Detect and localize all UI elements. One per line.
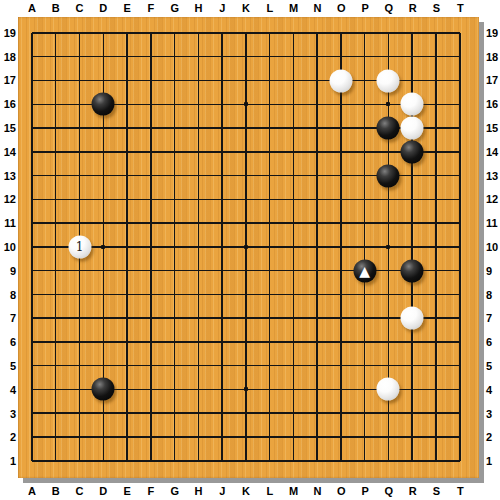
- board-cell[interactable]: [68, 45, 92, 69]
- board-cell[interactable]: [234, 45, 258, 69]
- board-cell[interactable]: [234, 378, 258, 402]
- board-cell[interactable]: [91, 45, 115, 69]
- board-cell[interactable]: [163, 21, 187, 45]
- board-cell[interactable]: [305, 140, 329, 164]
- board-cell[interactable]: [258, 21, 282, 45]
- board-cell[interactable]: [448, 45, 472, 69]
- board-cell[interactable]: [68, 378, 92, 402]
- board-cell[interactable]: [400, 330, 424, 354]
- board-cell[interactable]: [20, 378, 44, 402]
- board-cell[interactable]: [448, 259, 472, 283]
- board-cell[interactable]: [44, 187, 68, 211]
- board-cell[interactable]: [91, 187, 115, 211]
- board-cell[interactable]: [258, 330, 282, 354]
- board-cell[interactable]: [258, 187, 282, 211]
- board-cell[interactable]: [258, 354, 282, 378]
- board-cell[interactable]: [424, 378, 448, 402]
- board-cell[interactable]: [353, 140, 377, 164]
- board-cell[interactable]: [44, 140, 68, 164]
- board-cell[interactable]: [234, 259, 258, 283]
- board-cell[interactable]: [210, 425, 234, 449]
- board-cell[interactable]: [210, 283, 234, 307]
- board-cell[interactable]: [234, 140, 258, 164]
- board-cell[interactable]: [68, 116, 92, 140]
- board-cell[interactable]: [20, 45, 44, 69]
- board-cell[interactable]: [448, 211, 472, 235]
- board-cell[interactable]: [210, 92, 234, 116]
- board-cell[interactable]: [163, 259, 187, 283]
- board-cell[interactable]: [139, 401, 163, 425]
- board-cell[interactable]: [377, 116, 401, 140]
- board-cell[interactable]: [305, 306, 329, 330]
- board-cell[interactable]: [44, 45, 68, 69]
- board-cell[interactable]: [400, 235, 424, 259]
- board-cell[interactable]: [115, 45, 139, 69]
- board-cell[interactable]: [305, 69, 329, 93]
- board-cell[interactable]: [115, 449, 139, 473]
- board-cell[interactable]: [139, 283, 163, 307]
- board-cell[interactable]: [44, 283, 68, 307]
- board-cell[interactable]: [282, 449, 306, 473]
- board-cell[interactable]: [448, 401, 472, 425]
- board-cell[interactable]: [210, 378, 234, 402]
- board-cell[interactable]: [234, 425, 258, 449]
- board-cell[interactable]: [44, 330, 68, 354]
- board-cell[interactable]: [258, 92, 282, 116]
- board-cell[interactable]: [91, 425, 115, 449]
- board-cell[interactable]: [353, 306, 377, 330]
- board-cell[interactable]: [139, 211, 163, 235]
- board-cell[interactable]: [400, 425, 424, 449]
- board-cell[interactable]: [234, 69, 258, 93]
- board-cell[interactable]: [234, 330, 258, 354]
- board-cell[interactable]: [424, 306, 448, 330]
- board-cell[interactable]: [448, 187, 472, 211]
- board-cell[interactable]: [377, 283, 401, 307]
- board-cell[interactable]: [186, 164, 210, 188]
- board-cell[interactable]: [400, 140, 424, 164]
- board-cell[interactable]: [210, 235, 234, 259]
- board-cell[interactable]: [163, 69, 187, 93]
- board-cell[interactable]: [91, 116, 115, 140]
- board-cell[interactable]: ▲: [353, 259, 377, 283]
- board-cell[interactable]: [448, 283, 472, 307]
- board-cell[interactable]: [115, 235, 139, 259]
- board-cell[interactable]: [353, 354, 377, 378]
- board-cell[interactable]: [282, 140, 306, 164]
- board-cell[interactable]: [424, 235, 448, 259]
- board-cell[interactable]: [448, 92, 472, 116]
- board-cell[interactable]: [377, 259, 401, 283]
- board-cell[interactable]: [44, 235, 68, 259]
- board-cell[interactable]: [329, 164, 353, 188]
- board-cell[interactable]: [163, 354, 187, 378]
- board-cell[interactable]: [68, 425, 92, 449]
- board-cell[interactable]: [163, 116, 187, 140]
- board-cell[interactable]: [329, 21, 353, 45]
- board-cell[interactable]: [139, 425, 163, 449]
- board-cell[interactable]: [163, 330, 187, 354]
- board-cell[interactable]: [377, 45, 401, 69]
- board-cell[interactable]: [329, 140, 353, 164]
- board-cell[interactable]: [44, 92, 68, 116]
- board-cell[interactable]: [115, 283, 139, 307]
- board-cell[interactable]: [377, 401, 401, 425]
- board-cell[interactable]: [258, 164, 282, 188]
- board-cell[interactable]: [115, 211, 139, 235]
- board-cell[interactable]: [115, 116, 139, 140]
- board-cell[interactable]: [44, 354, 68, 378]
- board-cell[interactable]: [186, 211, 210, 235]
- board-cell[interactable]: [258, 306, 282, 330]
- board-cell[interactable]: [115, 330, 139, 354]
- board-cell[interactable]: [353, 21, 377, 45]
- board-cell[interactable]: [282, 92, 306, 116]
- board-cell[interactable]: [20, 306, 44, 330]
- board-cell[interactable]: [234, 211, 258, 235]
- board-cell[interactable]: [258, 211, 282, 235]
- board-cell[interactable]: [329, 354, 353, 378]
- board-cell[interactable]: [400, 164, 424, 188]
- board-cell[interactable]: [210, 211, 234, 235]
- board-cell[interactable]: [115, 92, 139, 116]
- board-cell[interactable]: [353, 449, 377, 473]
- board-cell[interactable]: [329, 425, 353, 449]
- board-cell[interactable]: [234, 21, 258, 45]
- board-cell[interactable]: [305, 211, 329, 235]
- board-cell[interactable]: [329, 69, 353, 93]
- board-cell[interactable]: [68, 283, 92, 307]
- board-cell[interactable]: [305, 283, 329, 307]
- board-cell[interactable]: [282, 354, 306, 378]
- board-cell[interactable]: [329, 259, 353, 283]
- board-cell[interactable]: [448, 354, 472, 378]
- board-cell[interactable]: [305, 449, 329, 473]
- board-cell[interactable]: [234, 401, 258, 425]
- board-cell[interactable]: [163, 140, 187, 164]
- board-cell[interactable]: [68, 140, 92, 164]
- board-cell[interactable]: [210, 330, 234, 354]
- board-cell[interactable]: [139, 306, 163, 330]
- board-cell[interactable]: [234, 235, 258, 259]
- board-cell[interactable]: [448, 69, 472, 93]
- board-cell[interactable]: [424, 283, 448, 307]
- board-cell[interactable]: [234, 92, 258, 116]
- board-cell[interactable]: [163, 283, 187, 307]
- board-cell[interactable]: [68, 187, 92, 211]
- board-cell[interactable]: [210, 306, 234, 330]
- board-cell[interactable]: [139, 140, 163, 164]
- board-cell[interactable]: [353, 211, 377, 235]
- board-cell[interactable]: [115, 259, 139, 283]
- board-cell[interactable]: [424, 140, 448, 164]
- board-cell[interactable]: [305, 116, 329, 140]
- board-cell[interactable]: [424, 21, 448, 45]
- board-cell[interactable]: [305, 354, 329, 378]
- board-cell[interactable]: [377, 449, 401, 473]
- board-cell[interactable]: [91, 283, 115, 307]
- board-cell[interactable]: [115, 140, 139, 164]
- board-cell[interactable]: [20, 211, 44, 235]
- board-cell[interactable]: [234, 306, 258, 330]
- board-cell[interactable]: [163, 164, 187, 188]
- board-cell[interactable]: [424, 116, 448, 140]
- board-cell[interactable]: [353, 164, 377, 188]
- board-cell[interactable]: [377, 378, 401, 402]
- board-cell[interactable]: [234, 283, 258, 307]
- board-cell[interactable]: [139, 116, 163, 140]
- board-cell[interactable]: [448, 235, 472, 259]
- board-cell[interactable]: [139, 69, 163, 93]
- board-cell[interactable]: [282, 187, 306, 211]
- board-cell[interactable]: [258, 449, 282, 473]
- board-cell[interactable]: [258, 140, 282, 164]
- board-cell[interactable]: [258, 259, 282, 283]
- board-cell[interactable]: [305, 92, 329, 116]
- board-cell[interactable]: [115, 69, 139, 93]
- board-cell[interactable]: [115, 164, 139, 188]
- board-cell[interactable]: [139, 354, 163, 378]
- board-cell[interactable]: [305, 235, 329, 259]
- board-cell[interactable]: [305, 21, 329, 45]
- board-cell[interactable]: [44, 449, 68, 473]
- board-cell[interactable]: [68, 69, 92, 93]
- board-cell[interactable]: [400, 116, 424, 140]
- board-cell[interactable]: [305, 187, 329, 211]
- board-cell[interactable]: [400, 21, 424, 45]
- board-cell[interactable]: [163, 449, 187, 473]
- board-cell[interactable]: [400, 354, 424, 378]
- board-cell[interactable]: [91, 92, 115, 116]
- board-cell[interactable]: [44, 211, 68, 235]
- board-cell[interactable]: [44, 164, 68, 188]
- board-cell[interactable]: [400, 187, 424, 211]
- board-cell[interactable]: [20, 140, 44, 164]
- board-cell[interactable]: [234, 164, 258, 188]
- board-cell[interactable]: [377, 92, 401, 116]
- board-cell[interactable]: [91, 401, 115, 425]
- board-cell[interactable]: [234, 187, 258, 211]
- board-cell[interactable]: [186, 69, 210, 93]
- board-cell[interactable]: [163, 92, 187, 116]
- board-cell[interactable]: [20, 449, 44, 473]
- board-cell[interactable]: [68, 211, 92, 235]
- board-cell[interactable]: [163, 235, 187, 259]
- board-cell[interactable]: [186, 354, 210, 378]
- board-cell[interactable]: [282, 330, 306, 354]
- board-cell[interactable]: [115, 425, 139, 449]
- board-cell[interactable]: [163, 401, 187, 425]
- board-cell[interactable]: [44, 259, 68, 283]
- board-cell[interactable]: [424, 164, 448, 188]
- board-cell[interactable]: [163, 306, 187, 330]
- board-cell[interactable]: [91, 235, 115, 259]
- board-cell[interactable]: [20, 425, 44, 449]
- board-cell[interactable]: [305, 45, 329, 69]
- board-cell[interactable]: [91, 259, 115, 283]
- board-cell[interactable]: [210, 401, 234, 425]
- board-cell[interactable]: [91, 306, 115, 330]
- board-cell[interactable]: [353, 45, 377, 69]
- board-cell[interactable]: [377, 140, 401, 164]
- board-cell[interactable]: [305, 259, 329, 283]
- board-cell[interactable]: [115, 187, 139, 211]
- board-cell[interactable]: [210, 21, 234, 45]
- board-cell[interactable]: [20, 330, 44, 354]
- board-cell[interactable]: [210, 164, 234, 188]
- board-cell[interactable]: [282, 306, 306, 330]
- board-cell[interactable]: [329, 449, 353, 473]
- board-cell[interactable]: [448, 306, 472, 330]
- board-cell[interactable]: [44, 21, 68, 45]
- board-cell[interactable]: [400, 259, 424, 283]
- board-cell[interactable]: [329, 187, 353, 211]
- board-cell[interactable]: [186, 378, 210, 402]
- board-cell[interactable]: [186, 449, 210, 473]
- board-cell[interactable]: [210, 69, 234, 93]
- board-cell[interactable]: [424, 211, 448, 235]
- board-cell[interactable]: [353, 92, 377, 116]
- board-cell[interactable]: [353, 378, 377, 402]
- board-cell[interactable]: [424, 187, 448, 211]
- board-cell[interactable]: [448, 330, 472, 354]
- board-cell[interactable]: [353, 69, 377, 93]
- board-cell[interactable]: [91, 354, 115, 378]
- board-cell[interactable]: [186, 187, 210, 211]
- board-cell[interactable]: [186, 140, 210, 164]
- board-cell[interactable]: [186, 45, 210, 69]
- board-cell[interactable]: [210, 259, 234, 283]
- board-cell[interactable]: [329, 45, 353, 69]
- board-cell[interactable]: [115, 21, 139, 45]
- board-cell[interactable]: [210, 140, 234, 164]
- board-cell[interactable]: [139, 187, 163, 211]
- board-cell[interactable]: [68, 401, 92, 425]
- board-cell[interactable]: [305, 425, 329, 449]
- board-cell[interactable]: [210, 45, 234, 69]
- board-cell[interactable]: [282, 235, 306, 259]
- board-cell[interactable]: [329, 235, 353, 259]
- board-cell[interactable]: [139, 92, 163, 116]
- board-cell[interactable]: [377, 69, 401, 93]
- board-cell[interactable]: [305, 330, 329, 354]
- board-cell[interactable]: [282, 259, 306, 283]
- board-cell[interactable]: [186, 283, 210, 307]
- board-cell[interactable]: [329, 306, 353, 330]
- board-cell[interactable]: [139, 259, 163, 283]
- board-cell[interactable]: [400, 92, 424, 116]
- board-cell[interactable]: [139, 21, 163, 45]
- board-cell[interactable]: 1: [68, 235, 92, 259]
- board-cell[interactable]: [282, 116, 306, 140]
- board-cell[interactable]: [353, 330, 377, 354]
- board-cell[interactable]: [44, 69, 68, 93]
- board-cell[interactable]: [377, 354, 401, 378]
- board-cell[interactable]: [68, 21, 92, 45]
- board-cell[interactable]: [68, 164, 92, 188]
- board-cell[interactable]: [282, 425, 306, 449]
- board-cell[interactable]: [353, 116, 377, 140]
- board-cell[interactable]: [258, 45, 282, 69]
- board-cell[interactable]: [400, 306, 424, 330]
- board-cell[interactable]: [305, 164, 329, 188]
- board-cell[interactable]: [91, 211, 115, 235]
- board-cell[interactable]: [282, 164, 306, 188]
- board-cell[interactable]: [186, 92, 210, 116]
- board-cell[interactable]: [91, 69, 115, 93]
- board-cell[interactable]: [20, 259, 44, 283]
- board-cell[interactable]: [377, 164, 401, 188]
- board-cell[interactable]: [282, 211, 306, 235]
- board-cell[interactable]: [377, 425, 401, 449]
- board-cell[interactable]: [282, 45, 306, 69]
- board-cell[interactable]: [20, 283, 44, 307]
- board-cell[interactable]: [424, 330, 448, 354]
- board-cell[interactable]: [210, 187, 234, 211]
- board-cell[interactable]: [424, 425, 448, 449]
- board-cell[interactable]: [329, 283, 353, 307]
- board-cell[interactable]: [329, 116, 353, 140]
- board-cell[interactable]: [400, 283, 424, 307]
- board-cell[interactable]: [353, 283, 377, 307]
- board-cell[interactable]: [68, 449, 92, 473]
- board-cell[interactable]: [186, 306, 210, 330]
- board-cell[interactable]: [139, 164, 163, 188]
- board-cell[interactable]: [234, 354, 258, 378]
- board-cell[interactable]: [353, 425, 377, 449]
- board-cell[interactable]: [68, 354, 92, 378]
- board-cell[interactable]: [424, 45, 448, 69]
- board-cell[interactable]: [20, 92, 44, 116]
- board-cell[interactable]: [115, 401, 139, 425]
- board-cell[interactable]: [139, 45, 163, 69]
- board-cell[interactable]: [258, 235, 282, 259]
- board-cell[interactable]: [44, 401, 68, 425]
- board-cell[interactable]: [163, 187, 187, 211]
- board-cell[interactable]: [68, 259, 92, 283]
- board-cell[interactable]: [68, 92, 92, 116]
- board-cell[interactable]: [282, 21, 306, 45]
- board-cell[interactable]: [44, 116, 68, 140]
- board-cell[interactable]: [20, 164, 44, 188]
- board-cell[interactable]: [258, 116, 282, 140]
- board-cell[interactable]: [20, 116, 44, 140]
- board-cell[interactable]: [163, 45, 187, 69]
- board-cell[interactable]: [139, 330, 163, 354]
- board-cell[interactable]: [91, 449, 115, 473]
- board-cell[interactable]: [424, 69, 448, 93]
- board-cell[interactable]: [282, 283, 306, 307]
- board-cell[interactable]: [139, 449, 163, 473]
- board-cell[interactable]: [282, 69, 306, 93]
- board-cell[interactable]: [377, 330, 401, 354]
- board-cell[interactable]: [282, 401, 306, 425]
- board-cell[interactable]: [91, 378, 115, 402]
- board-cell[interactable]: [329, 211, 353, 235]
- board-cell[interactable]: [400, 69, 424, 93]
- board-cell[interactable]: [258, 401, 282, 425]
- board-cell[interactable]: [186, 401, 210, 425]
- board-cell[interactable]: [329, 330, 353, 354]
- board-cell[interactable]: [210, 449, 234, 473]
- board-cell[interactable]: [115, 378, 139, 402]
- board-cell[interactable]: [448, 425, 472, 449]
- board-cell[interactable]: [448, 164, 472, 188]
- board-cell[interactable]: [400, 449, 424, 473]
- board-cell[interactable]: [186, 259, 210, 283]
- board-cell[interactable]: [91, 140, 115, 164]
- board-cell[interactable]: [448, 116, 472, 140]
